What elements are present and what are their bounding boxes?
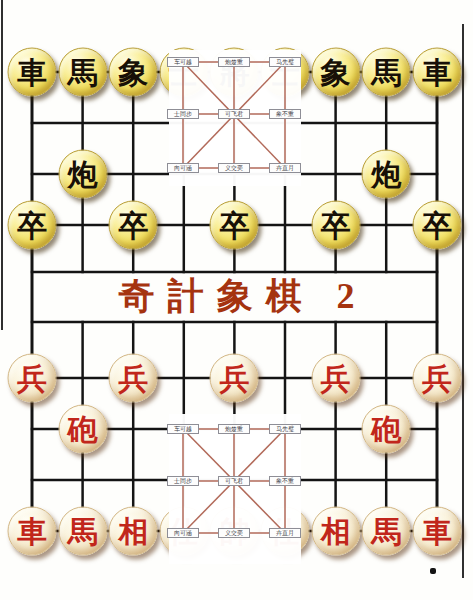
- piece-red-elephant[interactable]: 相: [311, 507, 360, 556]
- piece-red-horse[interactable]: 馬: [58, 507, 107, 556]
- piece-black-chariot[interactable]: 車: [413, 48, 462, 97]
- corner-dot: [430, 568, 436, 574]
- piece-red-soldier[interactable]: 兵: [413, 354, 462, 403]
- palace-node-label: 象不重: [269, 476, 301, 486]
- piece-black-soldier[interactable]: 卒: [413, 201, 462, 250]
- palace-node-label: 马先璧: [269, 424, 301, 434]
- xiangqi-promo-screenshot: 車馬象士將士象馬車炮炮卒卒卒卒卒兵兵兵兵兵砲砲車馬相仕帥仕相馬車 奇計象棋 2 …: [0, 0, 473, 600]
- piece-black-cannon[interactable]: 炮: [362, 150, 411, 199]
- piece-black-soldier[interactable]: 卒: [8, 201, 57, 250]
- piece-red-cannon[interactable]: 砲: [58, 405, 107, 454]
- palace-node-label: 炮楚重: [218, 424, 250, 434]
- bottom-palace-diagram: 车可越炮楚重马先璧士同步可飞君象不重向可涵义交奕卉直月: [169, 414, 301, 564]
- palace-node-label: 士同步: [167, 109, 199, 119]
- palace-node-label: 象不重: [269, 109, 301, 119]
- piece-red-elephant[interactable]: 相: [109, 507, 158, 556]
- piece-black-chariot[interactable]: 車: [8, 48, 57, 97]
- palace-node-label: 卉直月: [269, 163, 301, 173]
- piece-red-soldier[interactable]: 兵: [8, 354, 57, 403]
- palace-node-label: 向可涵: [167, 163, 199, 173]
- piece-black-elephant[interactable]: 象: [109, 48, 158, 97]
- piece-black-horse[interactable]: 馬: [58, 48, 107, 97]
- piece-red-soldier[interactable]: 兵: [311, 354, 360, 403]
- palace-node-label: 炮楚重: [218, 57, 250, 67]
- palace-node-label: 卉直月: [269, 528, 301, 538]
- palace-node-label: 义交奕: [218, 528, 250, 538]
- piece-red-chariot[interactable]: 車: [413, 507, 462, 556]
- piece-red-soldier[interactable]: 兵: [109, 354, 158, 403]
- top-palace-diagram: 车可越炮楚重马先璧士同步可飞君象不重向可涵义交奕卉直月: [169, 50, 301, 186]
- piece-black-soldier[interactable]: 卒: [311, 201, 360, 250]
- bottom-palace-diagram-lines: [169, 414, 301, 564]
- piece-black-cannon[interactable]: 炮: [58, 150, 107, 199]
- palace-node-label: 义交奕: [218, 163, 250, 173]
- piece-red-chariot[interactable]: 車: [8, 507, 57, 556]
- piece-black-soldier[interactable]: 卒: [109, 201, 158, 250]
- piece-black-soldier[interactable]: 卒: [210, 201, 259, 250]
- piece-red-cannon[interactable]: 砲: [362, 405, 411, 454]
- palace-node-label: 车可越: [167, 57, 199, 67]
- game-title: 奇計象棋 2: [0, 274, 473, 318]
- piece-red-soldier[interactable]: 兵: [210, 354, 259, 403]
- piece-black-horse[interactable]: 馬: [362, 48, 411, 97]
- palace-node-label: 可飞君: [218, 109, 250, 119]
- piece-black-elephant[interactable]: 象: [311, 48, 360, 97]
- palace-node-label: 向可涵: [167, 528, 199, 538]
- palace-node-label: 可飞君: [218, 476, 250, 486]
- palace-node-label: 士同步: [167, 476, 199, 486]
- piece-red-horse[interactable]: 馬: [362, 507, 411, 556]
- palace-node-label: 马先璧: [269, 57, 301, 67]
- palace-node-label: 车可越: [167, 424, 199, 434]
